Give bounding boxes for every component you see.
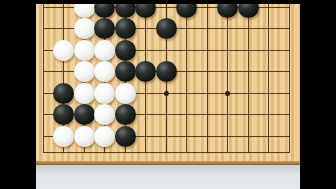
grid-line-vertical-12 bbox=[268, 0, 269, 153]
stone-black-c2r10[interactable] bbox=[53, 83, 74, 104]
stone-black-c5r12[interactable] bbox=[115, 126, 136, 147]
stone-black-c5r7[interactable] bbox=[115, 18, 136, 39]
grid-line-horizontal-13 bbox=[43, 152, 290, 153]
stone-white-c4r10[interactable] bbox=[94, 83, 115, 104]
grid-line-vertical-9 bbox=[207, 0, 208, 153]
grid-line-vertical-10 bbox=[227, 0, 228, 153]
stone-white-c3r12[interactable] bbox=[74, 126, 95, 147]
stone-white-c5r10[interactable] bbox=[115, 83, 136, 104]
letterbox-right bbox=[300, 0, 336, 189]
stone-white-c4r12[interactable] bbox=[94, 126, 115, 147]
stone-white-c3r10[interactable] bbox=[74, 83, 95, 104]
stone-black-c7r7[interactable] bbox=[156, 18, 177, 39]
stone-black-c5r11[interactable] bbox=[115, 104, 136, 125]
star-point-col7-row10 bbox=[164, 91, 169, 96]
stone-white-c2r8[interactable] bbox=[53, 40, 74, 61]
stone-white-c2r12[interactable] bbox=[53, 126, 74, 147]
stone-black-c5r8[interactable] bbox=[115, 40, 136, 61]
letterbox-left bbox=[0, 0, 36, 189]
letterbox-top bbox=[0, 0, 336, 4]
grid-line-vertical-1 bbox=[43, 0, 44, 153]
stone-white-c4r8[interactable] bbox=[94, 40, 115, 61]
stone-black-c5r9[interactable] bbox=[115, 61, 136, 82]
stone-white-c3r7[interactable] bbox=[74, 18, 95, 39]
stone-black-c7r9[interactable] bbox=[156, 61, 177, 82]
grid-line-vertical-8 bbox=[186, 0, 187, 153]
video-frame bbox=[0, 0, 336, 189]
grid-line-vertical-13 bbox=[289, 0, 290, 153]
table-surface bbox=[36, 165, 300, 189]
grid-line-vertical-11 bbox=[248, 0, 249, 153]
stone-white-c3r9[interactable] bbox=[74, 61, 95, 82]
stone-white-c3r8[interactable] bbox=[74, 40, 95, 61]
stone-black-c3r11[interactable] bbox=[74, 104, 95, 125]
